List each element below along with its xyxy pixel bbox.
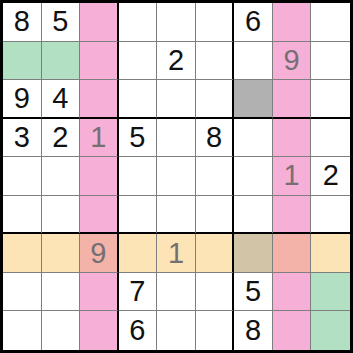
cell-r8c4[interactable]: 7 [119, 273, 158, 312]
cell-r5c7[interactable] [234, 157, 273, 196]
cell-r8c9[interactable] [311, 273, 350, 312]
cell-r1c4[interactable] [119, 3, 158, 42]
given-digit: 4 [52, 84, 68, 113]
cell-r6c3[interactable] [80, 196, 119, 235]
cell-r3c4[interactable] [119, 80, 158, 119]
cell-r2c1[interactable] [3, 42, 42, 81]
cell-r5c9[interactable]: 2 [311, 157, 350, 196]
cell-r4c2[interactable]: 2 [42, 119, 81, 158]
cell-r1c8[interactable] [273, 3, 312, 42]
cell-r1c7[interactable]: 6 [234, 3, 273, 42]
cell-r3c3[interactable] [80, 80, 119, 119]
cell-r9c4[interactable]: 6 [119, 311, 158, 350]
cell-r9c6[interactable] [196, 311, 235, 350]
cell-r6c9[interactable] [311, 196, 350, 235]
cell-r9c3[interactable] [80, 311, 119, 350]
cell-r5c5[interactable] [157, 157, 196, 196]
given-digit: 6 [245, 7, 261, 36]
solved-digit: 1 [90, 123, 106, 152]
cell-r7c5[interactable]: 1 [157, 234, 196, 273]
cell-r7c3[interactable]: 9 [80, 234, 119, 273]
cell-r8c2[interactable] [42, 273, 81, 312]
cell-r7c9[interactable] [311, 234, 350, 273]
given-digit: 7 [129, 277, 145, 306]
cell-r4c4[interactable]: 5 [119, 119, 158, 158]
cell-r2c7[interactable] [234, 42, 273, 81]
sudoku-board: 85629943215812917568 [0, 0, 353, 353]
cell-r9c9[interactable] [311, 311, 350, 350]
cell-r2c6[interactable] [196, 42, 235, 81]
cell-r4c6[interactable]: 8 [196, 119, 235, 158]
given-digit: 8 [245, 316, 261, 345]
cell-r9c5[interactable] [157, 311, 196, 350]
given-digit: 5 [245, 277, 261, 306]
cell-r7c6[interactable] [196, 234, 235, 273]
cell-r2c5[interactable]: 2 [157, 42, 196, 81]
cell-r2c3[interactable] [80, 42, 119, 81]
cell-r4c3[interactable]: 1 [80, 119, 119, 158]
cell-r1c6[interactable] [196, 3, 235, 42]
cell-r3c2[interactable]: 4 [42, 80, 81, 119]
cell-r5c4[interactable] [119, 157, 158, 196]
cell-r4c5[interactable] [157, 119, 196, 158]
cell-r6c1[interactable] [3, 196, 42, 235]
solved-digit: 9 [90, 239, 106, 268]
cell-r8c1[interactable] [3, 273, 42, 312]
cell-r5c8[interactable]: 1 [273, 157, 312, 196]
cell-r2c4[interactable] [119, 42, 158, 81]
cell-r6c4[interactable] [119, 196, 158, 235]
given-digit: 3 [14, 123, 30, 152]
cell-r8c7[interactable]: 5 [234, 273, 273, 312]
cell-r8c6[interactable] [196, 273, 235, 312]
cell-r9c1[interactable] [3, 311, 42, 350]
cell-r7c7[interactable] [234, 234, 273, 273]
cell-r8c8[interactable] [273, 273, 312, 312]
cell-r3c5[interactable] [157, 80, 196, 119]
cell-r7c8[interactable] [273, 234, 312, 273]
solved-digit: 9 [284, 46, 300, 75]
solved-digit: 1 [168, 239, 184, 268]
given-digit: 9 [14, 84, 30, 113]
cell-r1c9[interactable] [311, 3, 350, 42]
cell-r6c5[interactable] [157, 196, 196, 235]
given-digit: 6 [129, 316, 145, 345]
given-digit: 8 [206, 123, 222, 152]
cell-r1c3[interactable] [80, 3, 119, 42]
cell-r3c7[interactable] [234, 80, 273, 119]
cell-r2c8[interactable]: 9 [273, 42, 312, 81]
cell-r2c2[interactable] [42, 42, 81, 81]
cell-r8c3[interactable] [80, 273, 119, 312]
cell-r3c1[interactable]: 9 [3, 80, 42, 119]
cell-r6c7[interactable] [234, 196, 273, 235]
cell-r1c2[interactable]: 5 [42, 3, 81, 42]
cell-r4c1[interactable]: 3 [3, 119, 42, 158]
cell-r8c5[interactable] [157, 273, 196, 312]
cell-r4c8[interactable] [273, 119, 312, 158]
cell-r3c8[interactable] [273, 80, 312, 119]
cell-r3c6[interactable] [196, 80, 235, 119]
given-digit: 2 [323, 161, 339, 190]
given-digit: 8 [14, 7, 30, 36]
cell-r5c1[interactable] [3, 157, 42, 196]
cell-r2c9[interactable] [311, 42, 350, 81]
given-digit: 5 [52, 7, 68, 36]
cell-r6c2[interactable] [42, 196, 81, 235]
cell-r1c1[interactable]: 8 [3, 3, 42, 42]
cell-r3c9[interactable] [311, 80, 350, 119]
cell-r5c2[interactable] [42, 157, 81, 196]
cell-r4c7[interactable] [234, 119, 273, 158]
cell-r9c8[interactable] [273, 311, 312, 350]
cell-r7c2[interactable] [42, 234, 81, 273]
cell-r5c6[interactable] [196, 157, 235, 196]
cell-r6c8[interactable] [273, 196, 312, 235]
cell-r9c2[interactable] [42, 311, 81, 350]
cell-r5c3[interactable] [80, 157, 119, 196]
given-digit: 2 [52, 123, 68, 152]
cell-r4c9[interactable] [311, 119, 350, 158]
cell-r1c5[interactable] [157, 3, 196, 42]
cell-r9c7[interactable]: 8 [234, 311, 273, 350]
given-digit: 5 [129, 123, 145, 152]
given-digit: 2 [168, 46, 184, 75]
cell-r7c1[interactable] [3, 234, 42, 273]
cell-r6c6[interactable] [196, 196, 235, 235]
cell-r7c4[interactable] [119, 234, 158, 273]
solved-digit: 1 [284, 161, 300, 190]
